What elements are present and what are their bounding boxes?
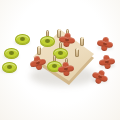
- empty-peg[interactable]: [75, 48, 79, 57]
- o-piece[interactable]: [2, 62, 17, 73]
- ring-hole: [7, 65, 12, 69]
- empty-peg[interactable]: [80, 37, 84, 46]
- empty-peg[interactable]: [37, 46, 41, 55]
- ring-hole: [9, 51, 14, 55]
- o-piece[interactable]: [15, 34, 30, 45]
- ring-hole: [20, 37, 25, 41]
- ring-hole: [52, 64, 57, 68]
- o-piece[interactable]: [40, 36, 55, 47]
- o-piece[interactable]: [4, 48, 19, 59]
- ring-hole: [45, 39, 50, 43]
- ring-hole: [58, 51, 63, 55]
- product-photo-scene: [0, 0, 120, 120]
